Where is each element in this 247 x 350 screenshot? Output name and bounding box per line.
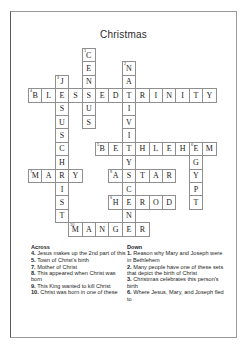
clue-text: This appeared when Christ was born xyxy=(31,270,116,283)
grid-cell: G xyxy=(189,155,203,169)
clue-text: Jesus makes up the 2nd part of this xyxy=(36,251,126,257)
cell-letter: L xyxy=(46,91,51,100)
cell-letter: S xyxy=(127,171,131,180)
clue-text: Christmas celebrates this person's birth xyxy=(127,277,219,290)
cell-letter: A xyxy=(113,171,119,180)
cell-letter: Y xyxy=(126,158,132,167)
grid-cell: U xyxy=(55,115,69,129)
cell-number: 1 xyxy=(84,49,86,53)
grid-cell: Y xyxy=(68,169,82,183)
grid-cell: S xyxy=(55,128,69,142)
cell-letter: A xyxy=(126,77,132,86)
worksheet-page: Christmas 1CE2N3JNA4BLESSEDTRINITYSUIUSV… xyxy=(10,11,237,338)
cell-letter: Y xyxy=(72,171,78,180)
cell-letter: N xyxy=(126,211,132,220)
clue: 3. Christmas celebrates this person's bi… xyxy=(127,277,227,290)
clue: 8. This appeared when Christ was born xyxy=(31,270,126,283)
clue-text: Many people have one of these sets that … xyxy=(127,264,223,277)
grid-cell: 7M xyxy=(28,169,42,183)
cell-letter: V xyxy=(126,118,132,127)
grid-cell: I xyxy=(55,182,69,196)
clue: 1. Reason why Mary and Joseph were in Be… xyxy=(127,251,227,264)
cell-letter: U xyxy=(59,118,65,127)
cell-letter: C xyxy=(59,144,64,153)
grid-cell: E xyxy=(122,222,136,236)
cell-number: 2 xyxy=(124,62,126,66)
grid-cell: V xyxy=(122,115,136,129)
puzzle-title: Christmas xyxy=(11,29,236,40)
cell-letter: N xyxy=(86,77,92,86)
grid-cell: 3J xyxy=(55,75,69,89)
grid-cell: 6E xyxy=(189,142,203,156)
clue: 2. Many people have one of these sets th… xyxy=(127,264,227,277)
cell-letter: Y xyxy=(193,171,199,180)
grid-cell: I xyxy=(149,88,163,102)
cell-letter: H xyxy=(139,144,145,153)
cell-letter: H xyxy=(59,158,65,167)
cell-letter: T xyxy=(127,91,132,100)
grid-cell: T xyxy=(189,195,203,209)
cell-letter: J xyxy=(60,77,63,86)
cell-letter: S xyxy=(60,198,64,207)
cell-letter: S xyxy=(60,104,64,113)
grid-cell: S xyxy=(122,169,136,183)
cell-letter: M xyxy=(206,144,213,153)
cell-letter: Y xyxy=(206,91,212,100)
cell-letter: G xyxy=(113,225,119,234)
grid-cell: D xyxy=(108,88,122,102)
cell-letter: H xyxy=(180,144,186,153)
grid-cell: I xyxy=(122,128,136,142)
cell-letter: S xyxy=(73,91,77,100)
cell-letter: A xyxy=(86,225,92,234)
grid-cell: C xyxy=(122,182,136,196)
cell-letter: E xyxy=(113,144,118,153)
grid-cell: E xyxy=(82,61,96,75)
cell-letter: A xyxy=(153,171,159,180)
grid-cell: E xyxy=(95,88,109,102)
grid-cell: D xyxy=(162,195,176,209)
cell-letter: E xyxy=(127,225,132,234)
grid-cell: E xyxy=(55,88,69,102)
cell-letter: D xyxy=(113,91,119,100)
clue-text: This King wanted to kill Christ xyxy=(36,283,111,289)
grid-cell: S xyxy=(55,102,69,116)
cell-letter: N xyxy=(126,64,132,73)
grid-cell: A xyxy=(41,169,55,183)
grid-cell: T xyxy=(122,88,136,102)
grid-cell: G xyxy=(108,222,122,236)
clue-number: 10. xyxy=(31,290,39,296)
clue: 6. Where Jesus, Mary, and Joseph fled to xyxy=(127,290,227,303)
cell-letter: M xyxy=(32,171,39,180)
cell-letter: B xyxy=(100,144,105,153)
cell-letter: A xyxy=(46,171,52,180)
grid-cell: A xyxy=(122,75,136,89)
cell-letter: I xyxy=(181,91,184,100)
grid-cell: I xyxy=(122,102,136,116)
grid-cell: 2N xyxy=(122,61,136,75)
grid-cell: T xyxy=(55,209,69,223)
cell-letter: I xyxy=(128,104,131,113)
cell-letter: R xyxy=(140,225,145,234)
grid-cell: R xyxy=(162,169,176,183)
cell-letter: E xyxy=(194,144,199,153)
cell-number: 6 xyxy=(191,143,193,147)
cell-letter: U xyxy=(86,104,92,113)
cell-number: 7 xyxy=(30,170,32,174)
grid-cell: E xyxy=(162,142,176,156)
cell-number: 10 xyxy=(70,223,74,227)
cell-letter: L xyxy=(153,144,158,153)
cell-letter: N xyxy=(166,91,172,100)
grid-cell: H xyxy=(55,155,69,169)
cell-letter: E xyxy=(127,198,132,207)
cell-letter: O xyxy=(153,198,159,207)
cell-letter: S xyxy=(60,131,64,140)
grid-cell: Y xyxy=(202,88,216,102)
cell-letter: T xyxy=(140,171,145,180)
grid-cell: T xyxy=(122,142,136,156)
grid-cell: Y xyxy=(189,169,203,183)
cell-letter: S xyxy=(87,118,91,127)
cell-letter: T xyxy=(194,91,199,100)
grid-cell: L xyxy=(149,142,163,156)
grid-cell: M xyxy=(202,142,216,156)
grid-cell: T xyxy=(135,169,149,183)
cell-letter: R xyxy=(140,91,145,100)
cell-letter: E xyxy=(60,91,65,100)
grid-cell: N xyxy=(95,222,109,236)
across-clues-list: Across4. Jesus makes up the 2nd part of … xyxy=(31,244,126,296)
cell-letter: P xyxy=(194,185,198,194)
grid-cell: 4B xyxy=(28,88,42,102)
grid-cell: 5B xyxy=(95,142,109,156)
grid-cell: 8A xyxy=(108,169,122,183)
grid-cell: S xyxy=(82,88,96,102)
grid-cell: A xyxy=(149,169,163,183)
grid-cell: H xyxy=(135,142,149,156)
cell-letter: C xyxy=(86,51,91,60)
grid-cell: H xyxy=(175,142,189,156)
grid-cell: S xyxy=(68,88,82,102)
grid-cell: R xyxy=(55,169,69,183)
crossword-grid: 1CE2N3JNA4BLESSEDTRINITYSUIUSVSIC5BETHLE… xyxy=(28,48,217,237)
cell-letter: I xyxy=(61,185,64,194)
cell-letter: E xyxy=(167,144,172,153)
cell-number: 5 xyxy=(97,143,99,147)
cell-letter: E xyxy=(86,64,91,73)
grid-cell: L xyxy=(41,88,55,102)
cell-number: 3 xyxy=(57,76,59,80)
cell-letter: C xyxy=(126,185,131,194)
cell-letter: T xyxy=(194,198,199,207)
grid-cell: R xyxy=(135,88,149,102)
cell-number: 4 xyxy=(30,89,32,93)
grid-cell: T xyxy=(189,88,203,102)
grid-cell: R xyxy=(135,222,149,236)
cell-letter: H xyxy=(113,198,119,207)
clue-text: Reason why Mary and Joseph were in Bethl… xyxy=(127,251,222,264)
grid-cell: N xyxy=(82,75,96,89)
grid-cell: P xyxy=(189,182,203,196)
down-clues-list: Down1. Reason why Mary and Joseph were i… xyxy=(127,244,227,303)
grid-cell: E xyxy=(122,195,136,209)
grid-cell: S xyxy=(82,115,96,129)
grid-cell: E xyxy=(108,142,122,156)
grid-cell: C xyxy=(55,142,69,156)
cell-letter: I xyxy=(154,91,157,100)
cell-letter: B xyxy=(33,91,38,100)
cell-letter: E xyxy=(100,91,105,100)
clue-text: Where Jesus, Mary, and Joseph fled to xyxy=(127,290,224,303)
grid-cell: N xyxy=(122,209,136,223)
cell-letter: R xyxy=(167,171,172,180)
cell-letter: N xyxy=(99,225,105,234)
cell-letter: T xyxy=(127,144,132,153)
grid-cell: N xyxy=(162,88,176,102)
grid-cell: R xyxy=(135,195,149,209)
grid-cell: S xyxy=(55,195,69,209)
cell-letter: S xyxy=(87,91,91,100)
grid-cell: A xyxy=(82,222,96,236)
grid-cell: O xyxy=(149,195,163,209)
grid-cell: 1C xyxy=(82,48,96,62)
clue: 10. Christ was born in one of these xyxy=(31,290,126,297)
cell-letter: R xyxy=(140,198,145,207)
cell-letter: T xyxy=(60,211,65,220)
grid-cell: 9H xyxy=(108,195,122,209)
clue-text: Town of Christ's birth xyxy=(36,257,89,263)
grid-cell: Y xyxy=(122,155,136,169)
clue-text: Christ was born in one of these xyxy=(39,290,118,296)
grid-cell: U xyxy=(82,102,96,116)
cell-letter: I xyxy=(128,131,131,140)
clue-text: Mother of Christ xyxy=(36,264,77,270)
cell-letter: D xyxy=(166,198,172,207)
grid-cell: 10M xyxy=(68,222,82,236)
grid-cell: I xyxy=(175,88,189,102)
cell-letter: R xyxy=(59,171,64,180)
cell-letter: G xyxy=(193,158,199,167)
